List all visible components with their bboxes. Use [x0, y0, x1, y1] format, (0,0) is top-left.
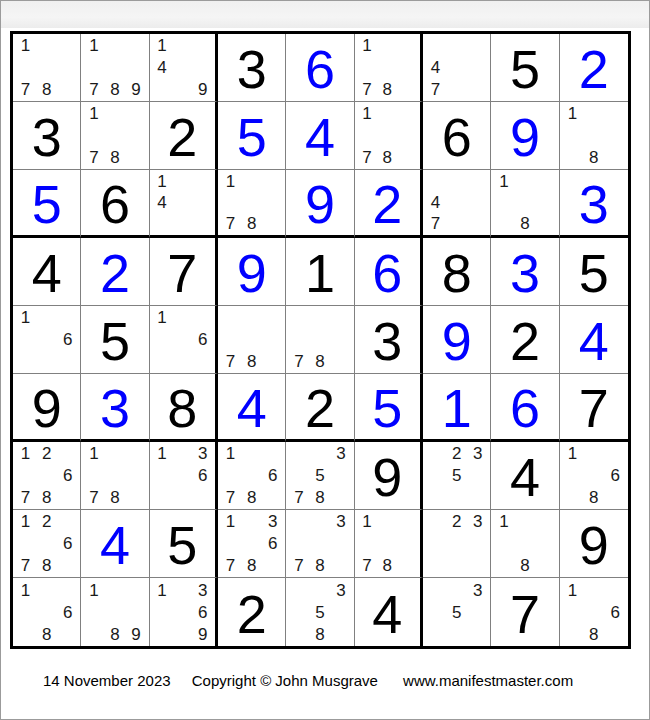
pencil-marks: 149 [150, 34, 215, 101]
cell-r8c1[interactable]: 12678 [13, 510, 81, 578]
pencil-marks: 18 [491, 170, 558, 235]
cell-r7c2[interactable]: 178 [81, 442, 149, 510]
pencil-mark-3: 3 [331, 579, 352, 601]
cell-r5c3[interactable]: 16 [150, 306, 218, 374]
pencil-mark-7: 7 [15, 554, 36, 576]
pencil-marks: 47 [423, 34, 490, 101]
pencil-mark-8: 8 [104, 78, 125, 100]
cell-r1c4[interactable]: 3 [218, 34, 286, 102]
pencil-mark-1: 1 [562, 103, 583, 125]
solved-digit: 2 [355, 170, 420, 235]
pencil-mark-6: 6 [605, 465, 626, 487]
pencil-mark-7: 7 [288, 350, 309, 372]
cell-r5c6[interactable]: 3 [355, 306, 423, 374]
cell-r1c3[interactable]: 149 [150, 34, 218, 102]
pencil-mark-1: 1 [83, 579, 104, 601]
cell-r1c2[interactable]: 1789 [81, 34, 149, 102]
pencil-mark-7: 7 [83, 78, 104, 100]
pencil-mark-1: 1 [15, 579, 36, 601]
cell-r1c1[interactable]: 178 [13, 34, 81, 102]
footer-date: 14 November 2023 [43, 672, 171, 689]
cell-r6c2[interactable]: 3 [81, 374, 149, 442]
pencil-mark-5: 5 [309, 465, 330, 487]
pencil-mark-8: 8 [241, 486, 262, 508]
cell-r6c4[interactable]: 4 [218, 374, 286, 442]
given-digit: 5 [560, 238, 628, 305]
given-digit: 4 [355, 578, 420, 646]
pencil-mark-9: 9 [126, 623, 147, 645]
pencil-marks: 168 [560, 578, 628, 646]
pencil-mark-6: 6 [193, 465, 213, 487]
app-window: 1781789149361784752317825417869185614178… [0, 0, 650, 720]
cell-r9c2[interactable]: 189 [81, 578, 149, 646]
solved-digit: 5 [13, 170, 80, 235]
solved-digit: 4 [286, 102, 353, 169]
pencil-mark-1: 1 [15, 35, 36, 57]
pencil-marks: 178 [81, 442, 148, 509]
cell-r4c8[interactable]: 3 [491, 238, 559, 306]
given-digit: 7 [491, 578, 558, 646]
cell-r1c5[interactable]: 6 [286, 34, 354, 102]
cell-r8c3[interactable]: 5 [150, 510, 218, 578]
pencil-marks: 1369 [150, 578, 215, 646]
pencil-marks: 136 [150, 442, 215, 509]
given-digit: 9 [13, 374, 80, 439]
pencil-mark-3: 3 [467, 579, 488, 601]
pencil-mark-1: 1 [357, 35, 377, 57]
pencil-mark-7: 7 [425, 78, 446, 100]
pencil-mark-6: 6 [57, 329, 78, 351]
pencil-marks: 18 [491, 510, 558, 577]
cell-r6c6[interactable]: 5 [355, 374, 423, 442]
cell-r6c3[interactable]: 8 [150, 374, 218, 442]
pencil-mark-3: 3 [467, 511, 488, 533]
pencil-mark-4: 4 [152, 192, 172, 213]
cell-r5c4[interactable]: 78 [218, 306, 286, 374]
pencil-mark-8: 8 [241, 213, 262, 234]
cell-r4c3[interactable]: 7 [150, 238, 218, 306]
pencil-mark-9: 9 [126, 78, 147, 100]
pencil-mark-7: 7 [357, 146, 377, 168]
pencil-mark-7: 7 [357, 554, 377, 576]
given-digit: 5 [150, 510, 215, 577]
pencil-mark-1: 1 [83, 103, 104, 125]
cell-r2c2[interactable]: 178 [81, 102, 149, 170]
footer-copyright: Copyright © John Musgrave [192, 672, 378, 689]
pencil-mark-8: 8 [309, 486, 330, 508]
cell-r9c5[interactable]: 358 [286, 578, 354, 646]
cell-r7c8[interactable]: 4 [491, 442, 559, 510]
pencil-mark-8: 8 [241, 554, 262, 576]
pencil-mark-4: 4 [152, 57, 172, 79]
solved-digit: 2 [81, 238, 148, 305]
cell-r2c3[interactable]: 2 [150, 102, 218, 170]
pencil-mark-1: 1 [152, 35, 172, 57]
cell-r4c4[interactable]: 9 [218, 238, 286, 306]
pencil-mark-8: 8 [241, 350, 262, 372]
pencil-marks: 23 [423, 510, 490, 577]
given-digit: 2 [150, 102, 215, 169]
pencil-marks: 178 [355, 102, 420, 169]
cell-r8c5[interactable]: 378 [286, 510, 354, 578]
cell-r3c3[interactable]: 14 [150, 170, 218, 238]
cell-r5c1[interactable]: 16 [13, 306, 81, 374]
pencil-marks: 35 [423, 578, 490, 646]
cell-r8c2[interactable]: 4 [81, 510, 149, 578]
pencil-mark-5: 5 [309, 601, 330, 623]
pencil-marks: 178 [13, 34, 80, 101]
pencil-mark-7: 7 [15, 78, 36, 100]
solved-digit: 2 [560, 34, 628, 101]
pencil-mark-7: 7 [357, 78, 377, 100]
pencil-mark-8: 8 [583, 486, 604, 508]
cell-r3c8[interactable]: 18 [491, 170, 559, 238]
cell-r2c6[interactable]: 178 [355, 102, 423, 170]
solved-digit: 9 [286, 170, 353, 235]
pencil-marks: 78 [218, 306, 285, 373]
pencil-mark-1: 1 [357, 511, 377, 533]
cell-r4c5[interactable]: 1 [286, 238, 354, 306]
cell-r8c9[interactable]: 9 [560, 510, 628, 578]
cell-r6c8[interactable]: 6 [491, 374, 559, 442]
pencil-marks: 14 [150, 170, 215, 235]
cell-r7c5[interactable]: 3578 [286, 442, 354, 510]
pencil-marks: 178 [81, 102, 148, 169]
pencil-marks: 3578 [286, 442, 353, 509]
pencil-mark-3: 3 [193, 443, 213, 465]
pencil-mark-8: 8 [583, 623, 604, 645]
pencil-marks: 378 [286, 510, 353, 577]
solved-digit: 1 [423, 374, 490, 439]
cell-r3c1[interactable]: 5 [13, 170, 81, 238]
sudoku-board: 1781789149361784752317825417869185614178… [10, 31, 631, 649]
pencil-marks: 168 [13, 578, 80, 646]
pencil-mark-6: 6 [193, 601, 213, 623]
pencil-mark-8: 8 [104, 623, 125, 645]
pencil-mark-5: 5 [446, 465, 467, 487]
cell-r2c7[interactable]: 6 [423, 102, 491, 170]
pencil-mark-8: 8 [104, 146, 125, 168]
pencil-marks: 18 [560, 102, 628, 169]
pencil-mark-1: 1 [357, 103, 377, 125]
given-digit: 1 [286, 238, 353, 305]
cell-r3c5[interactable]: 9 [286, 170, 354, 238]
pencil-marks: 358 [286, 578, 353, 646]
pencil-mark-4: 4 [425, 192, 446, 213]
pencil-mark-4: 4 [425, 57, 446, 79]
pencil-mark-8: 8 [377, 554, 397, 576]
cell-r6c7[interactable]: 1 [423, 374, 491, 442]
cell-r2c5[interactable]: 4 [286, 102, 354, 170]
pencil-mark-7: 7 [83, 486, 104, 508]
solved-digit: 4 [218, 374, 285, 439]
solved-digit: 5 [218, 102, 285, 169]
pencil-marks: 12678 [13, 442, 80, 509]
pencil-mark-1: 1 [562, 443, 583, 465]
pencil-mark-9: 9 [193, 623, 213, 645]
pencil-mark-1: 1 [220, 443, 241, 465]
pencil-mark-3: 3 [262, 511, 283, 533]
pencil-marks: 47 [423, 170, 490, 235]
pencil-mark-1: 1 [15, 443, 36, 465]
cell-r1c6[interactable]: 178 [355, 34, 423, 102]
cell-r7c7[interactable]: 235 [423, 442, 491, 510]
given-digit: 3 [218, 34, 285, 101]
cell-r4c6[interactable]: 6 [355, 238, 423, 306]
given-digit: 8 [150, 374, 215, 439]
pencil-mark-7: 7 [425, 213, 446, 234]
cell-r9c1[interactable]: 168 [13, 578, 81, 646]
given-digit: 2 [286, 374, 353, 439]
pencil-mark-7: 7 [220, 213, 241, 234]
pencil-mark-1: 1 [83, 35, 104, 57]
solved-digit: 9 [423, 306, 490, 373]
given-digit: 4 [491, 442, 558, 509]
cell-r7c9[interactable]: 168 [560, 442, 628, 510]
cell-r8c6[interactable]: 178 [355, 510, 423, 578]
solved-digit: 4 [81, 510, 148, 577]
pencil-mark-7: 7 [83, 146, 104, 168]
pencil-mark-8: 8 [377, 78, 397, 100]
pencil-mark-2: 2 [36, 443, 57, 465]
pencil-mark-1: 1 [83, 443, 104, 465]
pencil-marks: 178 [355, 510, 420, 577]
pencil-marks: 13678 [218, 510, 285, 577]
pencil-mark-1: 1 [152, 171, 172, 192]
pencil-mark-1: 1 [220, 511, 241, 533]
cell-r1c7[interactable]: 47 [423, 34, 491, 102]
given-digit: 3 [13, 102, 80, 169]
solved-digit: 6 [286, 34, 353, 101]
pencil-mark-9: 9 [193, 78, 213, 100]
pencil-mark-7: 7 [220, 554, 241, 576]
given-digit: 9 [355, 442, 420, 509]
footer-website: www.manifestmaster.com [403, 672, 573, 689]
cell-r3c4[interactable]: 178 [218, 170, 286, 238]
cell-r7c4[interactable]: 1678 [218, 442, 286, 510]
cell-r6c9[interactable]: 7 [560, 374, 628, 442]
pencil-marks: 12678 [13, 510, 80, 577]
pencil-marks: 235 [423, 442, 490, 509]
cell-r9c3[interactable]: 1369 [150, 578, 218, 646]
pencil-marks: 1678 [218, 442, 285, 509]
cell-r1c8[interactable]: 5 [491, 34, 559, 102]
pencil-mark-1: 1 [152, 443, 172, 465]
given-digit: 5 [491, 34, 558, 101]
pencil-mark-6: 6 [262, 465, 283, 487]
pencil-mark-8: 8 [36, 78, 57, 100]
pencil-marks: 78 [286, 306, 353, 373]
pencil-mark-6: 6 [57, 533, 78, 555]
pencil-marks: 168 [560, 442, 628, 509]
cell-r5c5[interactable]: 78 [286, 306, 354, 374]
cell-r9c9[interactable]: 168 [560, 578, 628, 646]
pencil-mark-8: 8 [36, 554, 57, 576]
cell-r5c9[interactable]: 4 [560, 306, 628, 374]
given-digit: 9 [560, 510, 628, 577]
cell-r3c7[interactable]: 47 [423, 170, 491, 238]
pencil-mark-7: 7 [288, 486, 309, 508]
cell-r4c9[interactable]: 5 [560, 238, 628, 306]
cell-r7c3[interactable]: 136 [150, 442, 218, 510]
solved-digit: 9 [218, 238, 285, 305]
pencil-mark-8: 8 [309, 350, 330, 372]
pencil-mark-2: 2 [446, 511, 467, 533]
cell-r3c6[interactable]: 2 [355, 170, 423, 238]
pencil-mark-3: 3 [331, 443, 352, 465]
header-bar [1, 1, 649, 28]
cell-r9c8[interactable]: 7 [491, 578, 559, 646]
cell-r7c6[interactable]: 9 [355, 442, 423, 510]
cell-r3c9[interactable]: 3 [560, 170, 628, 238]
pencil-mark-6: 6 [57, 601, 78, 623]
cell-r8c4[interactable]: 13678 [218, 510, 286, 578]
pencil-mark-8: 8 [377, 146, 397, 168]
pencil-mark-8: 8 [309, 623, 330, 645]
pencil-marks: 16 [150, 306, 215, 373]
solved-digit: 3 [81, 374, 148, 439]
cell-r8c8[interactable]: 18 [491, 510, 559, 578]
pencil-mark-8: 8 [514, 554, 535, 576]
cell-r8c7[interactable]: 23 [423, 510, 491, 578]
cell-r5c7[interactable]: 9 [423, 306, 491, 374]
pencil-marks: 16 [13, 306, 80, 373]
given-digit: 6 [81, 170, 148, 235]
pencil-mark-1: 1 [562, 579, 583, 601]
cell-r1c9[interactable]: 2 [560, 34, 628, 102]
pencil-mark-6: 6 [262, 533, 283, 555]
given-digit: 8 [423, 238, 490, 305]
pencil-mark-8: 8 [514, 213, 535, 234]
pencil-mark-7: 7 [288, 554, 309, 576]
solved-digit: 5 [355, 374, 420, 439]
pencil-mark-8: 8 [583, 146, 604, 168]
pencil-mark-3: 3 [467, 443, 488, 465]
cell-r5c8[interactable]: 2 [491, 306, 559, 374]
solved-digit: 9 [491, 102, 558, 169]
cell-r2c9[interactable]: 18 [560, 102, 628, 170]
cell-r3c2[interactable]: 6 [81, 170, 149, 238]
given-digit: 2 [218, 578, 285, 646]
cell-r5c2[interactable]: 5 [81, 306, 149, 374]
pencil-mark-8: 8 [309, 554, 330, 576]
pencil-mark-6: 6 [605, 601, 626, 623]
pencil-mark-6: 6 [57, 465, 78, 487]
cell-r2c8[interactable]: 9 [491, 102, 559, 170]
cell-r4c2[interactable]: 2 [81, 238, 149, 306]
pencil-mark-1: 1 [152, 579, 172, 601]
pencil-mark-7: 7 [15, 486, 36, 508]
given-digit: 7 [150, 238, 215, 305]
cell-r4c1[interactable]: 4 [13, 238, 81, 306]
pencil-mark-5: 5 [446, 601, 467, 623]
pencil-mark-1: 1 [493, 511, 514, 533]
cell-r2c1[interactable]: 3 [13, 102, 81, 170]
pencil-mark-8: 8 [104, 486, 125, 508]
given-digit: 4 [13, 238, 80, 305]
cell-r6c1[interactable]: 9 [13, 374, 81, 442]
pencil-mark-8: 8 [36, 486, 57, 508]
cell-r2c4[interactable]: 5 [218, 102, 286, 170]
given-digit: 3 [355, 306, 420, 373]
pencil-mark-1: 1 [152, 307, 172, 329]
pencil-mark-2: 2 [446, 443, 467, 465]
cell-r7c1[interactable]: 12678 [13, 442, 81, 510]
pencil-mark-7: 7 [220, 350, 241, 372]
pencil-marks: 178 [355, 34, 420, 101]
footer: 14 November 2023 Copyright © John Musgra… [43, 672, 573, 689]
pencil-mark-3: 3 [193, 579, 213, 601]
pencil-mark-8: 8 [36, 623, 57, 645]
given-digit: 5 [81, 306, 148, 373]
pencil-mark-1: 1 [15, 511, 36, 533]
pencil-mark-2: 2 [36, 511, 57, 533]
solved-digit: 6 [491, 374, 558, 439]
given-digit: 6 [423, 102, 490, 169]
given-digit: 2 [491, 306, 558, 373]
solved-digit: 6 [355, 238, 420, 305]
cell-r4c7[interactable]: 8 [423, 238, 491, 306]
cell-r9c6[interactable]: 4 [355, 578, 423, 646]
pencil-mark-3: 3 [331, 511, 352, 533]
pencil-mark-1: 1 [220, 171, 241, 192]
pencil-mark-6: 6 [193, 329, 213, 351]
pencil-marks: 1789 [81, 34, 148, 101]
solved-digit: 3 [491, 238, 558, 305]
pencil-mark-7: 7 [220, 486, 241, 508]
cell-r9c4[interactable]: 2 [218, 578, 286, 646]
cell-r6c5[interactable]: 2 [286, 374, 354, 442]
pencil-mark-1: 1 [15, 307, 36, 329]
solved-digit: 3 [560, 170, 628, 235]
given-digit: 7 [560, 374, 628, 439]
pencil-mark-1: 1 [493, 171, 514, 192]
solved-digit: 4 [560, 306, 628, 373]
pencil-marks: 178 [218, 170, 285, 235]
cell-r9c7[interactable]: 35 [423, 578, 491, 646]
pencil-marks: 189 [81, 578, 148, 646]
